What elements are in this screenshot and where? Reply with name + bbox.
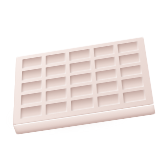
tray-compartment <box>95 68 117 81</box>
tray-compartment <box>46 101 68 115</box>
tray-compartment <box>46 76 67 89</box>
tray-compartment <box>71 98 93 112</box>
tray-compartment <box>93 45 114 57</box>
tray-compartment <box>70 60 91 72</box>
tray-compartment <box>20 105 42 119</box>
tray-body <box>13 36 154 125</box>
tray-compartment <box>70 49 91 61</box>
tray-compartment <box>46 53 66 65</box>
tray-compartment <box>117 41 139 53</box>
tray-compartment <box>46 64 66 76</box>
tray-compartment <box>71 85 93 98</box>
tray-compartment <box>46 89 67 102</box>
tray-compartment <box>123 90 146 104</box>
product-photo <box>0 0 160 160</box>
tray-compartment <box>70 72 91 85</box>
tray-compartment <box>96 81 118 94</box>
tray-compartment <box>21 80 42 93</box>
tray-compartment <box>22 68 42 80</box>
tray-compartment <box>94 57 115 69</box>
jewelry-tray <box>11 27 152 132</box>
tray-compartment <box>22 56 42 68</box>
tray-compartment <box>121 77 144 90</box>
tray-compartment <box>21 92 42 105</box>
tray-compartment <box>97 94 120 108</box>
tray-compartment <box>120 65 142 78</box>
tray-compartment <box>118 53 140 65</box>
